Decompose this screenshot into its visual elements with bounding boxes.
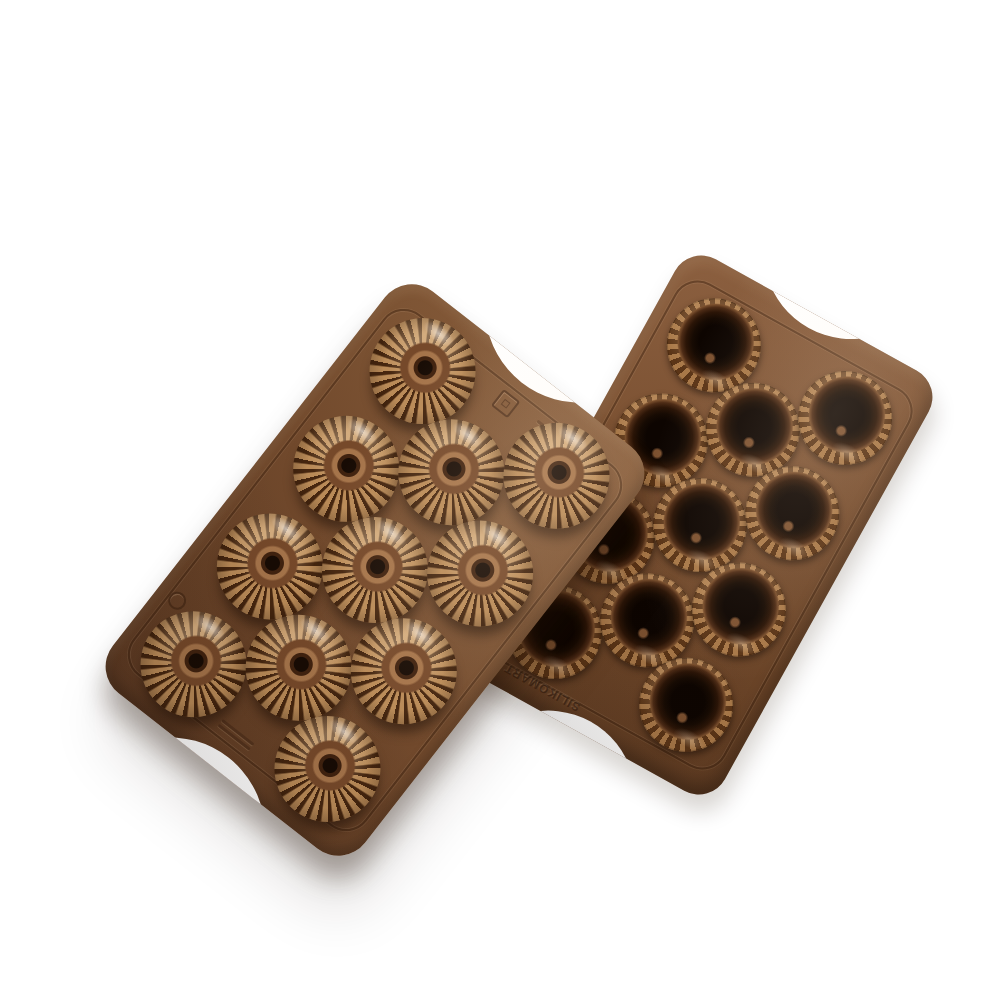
square-logo-emboss [491,389,520,418]
cup-cavity [781,354,909,482]
wave-notch [92,699,303,869]
mold-top-side [92,271,658,870]
fineprint-emboss [214,719,254,755]
food-safe-mark [165,588,190,613]
wave-notch [732,245,943,371]
product-photo: SILIKOMART [0,0,1000,1000]
